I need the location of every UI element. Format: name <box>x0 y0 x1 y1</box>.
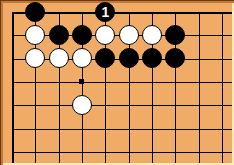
intersection <box>140 117 163 140</box>
black-stone <box>25 2 45 22</box>
intersection <box>117 93 140 116</box>
intersection <box>210 70 233 93</box>
intersection <box>187 47 210 70</box>
intersection <box>140 47 163 70</box>
black-stone <box>72 25 92 45</box>
white-stone <box>25 48 45 68</box>
intersection <box>140 140 163 163</box>
intersection <box>70 47 93 70</box>
intersection <box>0 23 23 46</box>
intersection <box>210 140 233 163</box>
move-number-label: 1 <box>101 4 109 18</box>
intersection <box>117 117 140 140</box>
intersection <box>24 47 47 70</box>
intersection <box>94 93 117 116</box>
white-stone <box>49 48 69 68</box>
white-stone <box>72 95 92 115</box>
white-stone <box>72 48 92 68</box>
intersection <box>117 0 140 23</box>
intersection <box>210 23 233 46</box>
intersection <box>70 93 93 116</box>
black-stone <box>142 48 162 68</box>
intersection <box>0 117 23 140</box>
black-stone <box>49 25 69 45</box>
intersection <box>0 140 23 163</box>
intersection: 1 <box>94 0 117 23</box>
intersection <box>70 0 93 23</box>
intersection <box>187 117 210 140</box>
intersection <box>164 47 187 70</box>
intersection <box>47 0 70 23</box>
black-stone <box>119 48 139 68</box>
intersection <box>187 0 210 23</box>
intersection <box>94 70 117 93</box>
intersection <box>94 23 117 46</box>
intersection <box>47 140 70 163</box>
go-board: 1 <box>3 3 232 163</box>
intersection <box>117 47 140 70</box>
intersection <box>24 117 47 140</box>
intersection-grid: 1 <box>0 0 233 163</box>
intersection <box>140 93 163 116</box>
white-stone <box>25 25 45 45</box>
intersection <box>70 23 93 46</box>
intersection <box>187 93 210 116</box>
intersection <box>70 140 93 163</box>
intersection <box>94 47 117 70</box>
black-stone <box>95 48 115 68</box>
intersection <box>210 0 233 23</box>
intersection <box>164 117 187 140</box>
frame-highlight: 1 <box>3 3 234 165</box>
intersection <box>164 0 187 23</box>
white-stone <box>119 25 139 45</box>
intersection <box>24 140 47 163</box>
intersection <box>164 140 187 163</box>
intersection <box>164 23 187 46</box>
intersection <box>47 70 70 93</box>
intersection <box>70 70 93 93</box>
numbered-black-stone: 1 <box>95 2 115 22</box>
white-stone <box>95 25 115 45</box>
intersection <box>70 117 93 140</box>
intersection <box>24 23 47 46</box>
intersection <box>24 0 47 23</box>
intersection <box>117 23 140 46</box>
go-board-frame: 1 <box>0 0 234 165</box>
intersection <box>140 0 163 23</box>
intersection <box>24 70 47 93</box>
white-stone <box>142 25 162 45</box>
intersection <box>187 140 210 163</box>
intersection <box>0 0 23 23</box>
intersection <box>117 140 140 163</box>
intersection <box>210 117 233 140</box>
intersection <box>94 140 117 163</box>
intersection <box>117 70 140 93</box>
intersection <box>47 47 70 70</box>
frame-bevel: 1 <box>1 1 234 165</box>
intersection <box>0 93 23 116</box>
intersection <box>0 70 23 93</box>
intersection <box>47 23 70 46</box>
intersection <box>164 93 187 116</box>
intersection <box>210 93 233 116</box>
intersection <box>210 47 233 70</box>
black-stone <box>165 25 185 45</box>
intersection <box>164 70 187 93</box>
intersection <box>187 23 210 46</box>
intersection <box>0 47 23 70</box>
intersection <box>47 117 70 140</box>
intersection <box>24 93 47 116</box>
intersection <box>94 117 117 140</box>
intersection <box>187 70 210 93</box>
black-stone <box>165 48 185 68</box>
intersection <box>47 93 70 116</box>
intersection <box>140 23 163 46</box>
intersection <box>140 70 163 93</box>
hoshi-point-marker <box>79 79 84 84</box>
